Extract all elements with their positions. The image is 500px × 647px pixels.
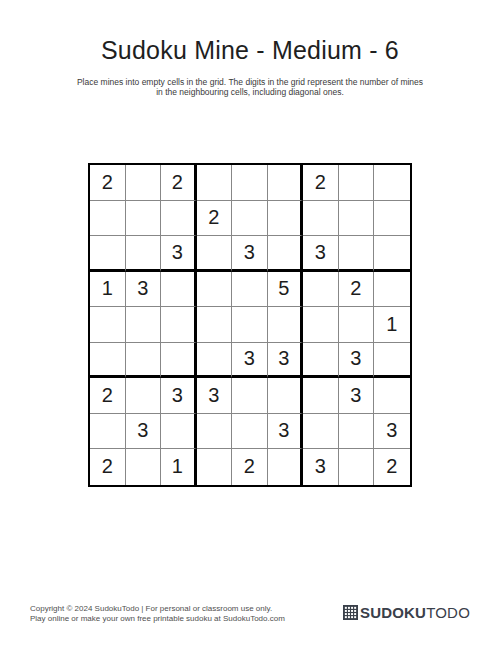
cell-r9c9: 2 bbox=[374, 449, 410, 485]
cell-r9c8 bbox=[339, 449, 375, 485]
cell-r9c4 bbox=[197, 449, 233, 485]
cell-r5c8 bbox=[339, 307, 375, 343]
cell-r9c7: 3 bbox=[303, 449, 339, 485]
cell-r7c3: 3 bbox=[161, 378, 197, 414]
cell-r8c1 bbox=[90, 414, 126, 450]
cell-r7c8: 3 bbox=[339, 378, 375, 414]
logo-text-bold: SUDOKU bbox=[360, 604, 426, 621]
cell-r4c6: 5 bbox=[268, 272, 304, 308]
cell-r6c7 bbox=[303, 343, 339, 379]
copyright-line-1: Copyright © 2024 SudokuTodo | For person… bbox=[30, 604, 285, 614]
cell-r7c9 bbox=[374, 378, 410, 414]
cell-r6c9 bbox=[374, 343, 410, 379]
cell-r2c1 bbox=[90, 201, 126, 237]
cell-r5c6 bbox=[268, 307, 304, 343]
sudoku-grid: 222233313521333233333321232 bbox=[88, 163, 412, 487]
cell-r1c8 bbox=[339, 165, 375, 201]
cell-r3c5: 3 bbox=[232, 236, 268, 272]
printable-puzzle-page: Sudoku Mine - Medium - 6 Place mines int… bbox=[0, 0, 500, 647]
cell-r8c9: 3 bbox=[374, 414, 410, 450]
cell-r8c7 bbox=[303, 414, 339, 450]
cell-r7c2 bbox=[126, 378, 162, 414]
cell-r8c8 bbox=[339, 414, 375, 450]
cell-r7c4: 3 bbox=[197, 378, 233, 414]
cell-r5c4 bbox=[197, 307, 233, 343]
cell-r6c5: 3 bbox=[232, 343, 268, 379]
cell-r2c7 bbox=[303, 201, 339, 237]
cell-r6c4 bbox=[197, 343, 233, 379]
cell-r9c2 bbox=[126, 449, 162, 485]
cell-r4c1: 1 bbox=[90, 272, 126, 308]
cell-r9c5: 2 bbox=[232, 449, 268, 485]
cell-r7c1: 2 bbox=[90, 378, 126, 414]
cell-r1c3: 2 bbox=[161, 165, 197, 201]
cell-r2c5 bbox=[232, 201, 268, 237]
cell-r4c4 bbox=[197, 272, 233, 308]
cell-r3c6 bbox=[268, 236, 304, 272]
cell-r1c9 bbox=[374, 165, 410, 201]
cell-r1c6 bbox=[268, 165, 304, 201]
cell-r2c6 bbox=[268, 201, 304, 237]
cell-r7c7 bbox=[303, 378, 339, 414]
cell-r5c1 bbox=[90, 307, 126, 343]
cell-r6c3 bbox=[161, 343, 197, 379]
copyright-line-2: Play online or make your own free printa… bbox=[30, 614, 285, 624]
cell-r4c3 bbox=[161, 272, 197, 308]
cell-r4c2: 3 bbox=[126, 272, 162, 308]
cell-r4c9 bbox=[374, 272, 410, 308]
cell-r3c4 bbox=[197, 236, 233, 272]
cell-r9c3: 1 bbox=[161, 449, 197, 485]
cell-r7c6 bbox=[268, 378, 304, 414]
cell-r4c7 bbox=[303, 272, 339, 308]
sudoku-grid-icon bbox=[343, 605, 358, 620]
cell-r5c9: 1 bbox=[374, 307, 410, 343]
footer-logo: SUDOKUTODO bbox=[343, 604, 470, 621]
cell-r3c2 bbox=[126, 236, 162, 272]
cell-r8c4 bbox=[197, 414, 233, 450]
cell-r3c1 bbox=[90, 236, 126, 272]
cell-r2c4: 2 bbox=[197, 201, 233, 237]
cell-r5c5 bbox=[232, 307, 268, 343]
cell-r2c3 bbox=[161, 201, 197, 237]
instructions-line-2: in the neighbouring cells, including dia… bbox=[0, 88, 500, 98]
cell-r2c8 bbox=[339, 201, 375, 237]
logo-text-light: TODO bbox=[426, 604, 470, 621]
cell-r3c8 bbox=[339, 236, 375, 272]
cell-r9c6 bbox=[268, 449, 304, 485]
cell-r2c9 bbox=[374, 201, 410, 237]
cell-r8c2: 3 bbox=[126, 414, 162, 450]
page-title: Sudoku Mine - Medium - 6 bbox=[0, 36, 500, 65]
footer-copyright: Copyright © 2024 SudokuTodo | For person… bbox=[30, 604, 285, 624]
instructions: Place mines into empty cells in the grid… bbox=[0, 78, 500, 97]
cell-r1c7: 2 bbox=[303, 165, 339, 201]
cell-r3c9 bbox=[374, 236, 410, 272]
cell-r8c5 bbox=[232, 414, 268, 450]
cell-r9c1: 2 bbox=[90, 449, 126, 485]
cell-r1c1: 2 bbox=[90, 165, 126, 201]
cell-r3c7: 3 bbox=[303, 236, 339, 272]
cell-r6c1 bbox=[90, 343, 126, 379]
cell-r7c5 bbox=[232, 378, 268, 414]
cell-r5c7 bbox=[303, 307, 339, 343]
cell-r8c6: 3 bbox=[268, 414, 304, 450]
cell-r4c5 bbox=[232, 272, 268, 308]
cell-r4c8: 2 bbox=[339, 272, 375, 308]
cell-r6c8: 3 bbox=[339, 343, 375, 379]
cell-r1c4 bbox=[197, 165, 233, 201]
cell-r8c3 bbox=[161, 414, 197, 450]
cell-r3c3: 3 bbox=[161, 236, 197, 272]
cell-r5c2 bbox=[126, 307, 162, 343]
logo-text: SUDOKUTODO bbox=[360, 604, 470, 621]
cell-r5c3 bbox=[161, 307, 197, 343]
cell-r1c2 bbox=[126, 165, 162, 201]
cell-r1c5 bbox=[232, 165, 268, 201]
cell-r2c2 bbox=[126, 201, 162, 237]
cell-r6c6: 3 bbox=[268, 343, 304, 379]
cell-r6c2 bbox=[126, 343, 162, 379]
